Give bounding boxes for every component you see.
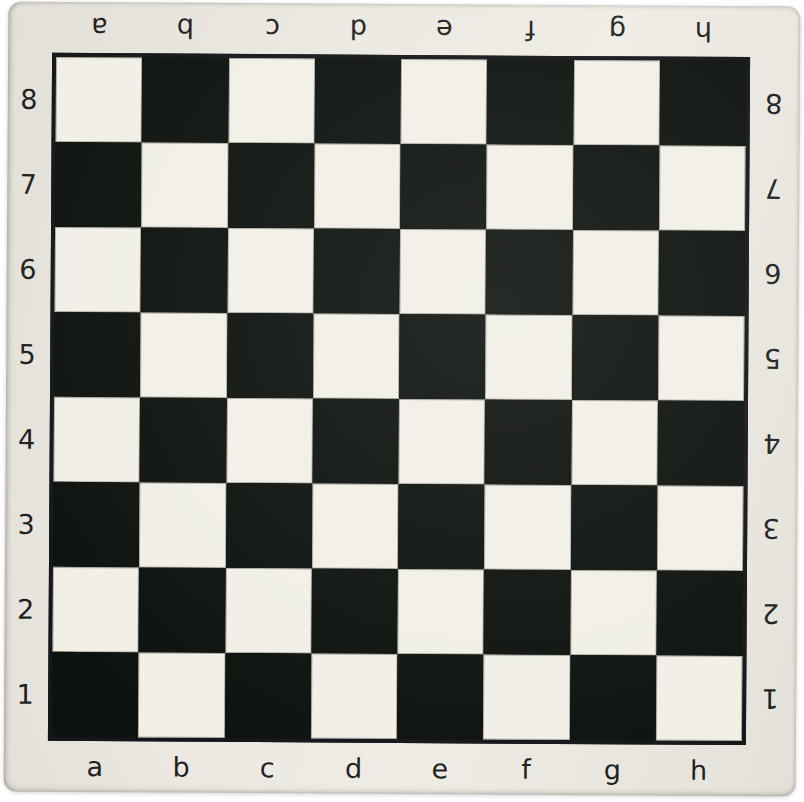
file-label-bottom-h: h — [655, 745, 742, 797]
square-c1[interactable] — [224, 653, 311, 739]
rank-label-left-2: 2 — [4, 567, 49, 652]
square-h5[interactable] — [658, 316, 745, 402]
square-g3[interactable] — [570, 485, 657, 571]
file-label-bottom-e: e — [397, 743, 484, 795]
photo-background: abcdefgh 87654321 87654321 abcdefgh — [0, 0, 804, 802]
square-f3[interactable] — [484, 485, 571, 571]
square-g2[interactable] — [570, 570, 657, 656]
file-label-top-g: g — [574, 5, 661, 57]
square-d7[interactable] — [314, 143, 401, 229]
rank-label-right-4: 4 — [747, 401, 798, 486]
square-e3[interactable] — [398, 484, 485, 570]
file-label-top-a: a — [56, 2, 143, 54]
square-g8[interactable] — [573, 60, 660, 146]
square-b6[interactable] — [141, 227, 228, 313]
square-b4[interactable] — [140, 397, 227, 483]
square-d4[interactable] — [312, 398, 399, 484]
square-h1[interactable] — [656, 656, 743, 742]
square-c8[interactable] — [228, 58, 315, 144]
square-f5[interactable] — [485, 315, 572, 401]
rank-label-right-8: 8 — [750, 61, 801, 146]
square-d3[interactable] — [312, 483, 399, 569]
square-f6[interactable] — [486, 230, 573, 316]
square-a1[interactable] — [52, 652, 139, 738]
file-label-top-e: e — [401, 4, 488, 56]
file-label-top-f: f — [487, 5, 574, 57]
file-label-top-b: b — [142, 2, 229, 54]
square-e7[interactable] — [400, 144, 487, 230]
rank-label-right-7: 7 — [749, 146, 800, 231]
file-label-bottom-c: c — [224, 742, 311, 794]
rank-label-left-7: 7 — [7, 142, 52, 227]
left-rank-labels: 87654321 — [4, 57, 52, 737]
square-b1[interactable] — [138, 652, 225, 738]
square-a3[interactable] — [53, 482, 140, 568]
square-e4[interactable] — [398, 399, 485, 485]
square-f2[interactable] — [484, 570, 571, 656]
square-c6[interactable] — [227, 228, 314, 314]
square-f4[interactable] — [485, 400, 572, 486]
file-label-top-c: c — [229, 3, 316, 55]
file-label-bottom-d: d — [310, 742, 397, 794]
square-a8[interactable] — [56, 57, 143, 143]
square-d5[interactable] — [313, 313, 400, 399]
square-f8[interactable] — [487, 60, 574, 146]
square-c7[interactable] — [228, 143, 315, 229]
rank-label-left-6: 6 — [7, 227, 52, 312]
square-e8[interactable] — [401, 59, 488, 145]
square-g5[interactable] — [571, 315, 658, 401]
square-h4[interactable] — [657, 401, 744, 487]
rank-label-right-2: 2 — [746, 571, 797, 656]
rank-label-right-1: 1 — [746, 656, 797, 741]
square-e6[interactable] — [400, 229, 487, 315]
file-label-bottom-b: b — [138, 741, 225, 793]
square-c3[interactable] — [225, 483, 312, 569]
file-label-bottom-a: a — [52, 741, 139, 793]
rank-label-left-4: 4 — [5, 397, 50, 482]
rank-label-right-3: 3 — [747, 486, 798, 571]
chessboard — [48, 53, 750, 745]
square-a4[interactable] — [53, 397, 140, 483]
square-d1[interactable] — [311, 653, 398, 739]
square-g7[interactable] — [573, 145, 660, 231]
square-a5[interactable] — [54, 312, 141, 398]
square-g4[interactable] — [571, 400, 658, 486]
square-h3[interactable] — [657, 486, 744, 572]
square-d2[interactable] — [311, 568, 398, 654]
square-c2[interactable] — [225, 568, 312, 654]
square-h8[interactable] — [659, 61, 746, 147]
square-d8[interactable] — [314, 58, 401, 144]
square-e2[interactable] — [397, 569, 484, 655]
square-f7[interactable] — [486, 145, 573, 231]
rank-label-right-6: 6 — [749, 231, 800, 316]
square-e5[interactable] — [399, 314, 486, 400]
square-b7[interactable] — [141, 142, 228, 228]
square-b8[interactable] — [142, 57, 229, 143]
bottom-file-labels: abcdefgh — [52, 741, 742, 796]
top-file-labels: abcdefgh — [56, 2, 746, 57]
square-c5[interactable] — [227, 313, 314, 399]
rank-label-left-8: 8 — [8, 57, 53, 142]
vinyl-mat: abcdefgh 87654321 87654321 abcdefgh — [4, 2, 801, 797]
square-b3[interactable] — [139, 482, 226, 568]
rank-label-left-3: 3 — [5, 482, 50, 567]
square-h6[interactable] — [658, 231, 745, 317]
square-a2[interactable] — [52, 567, 139, 653]
square-h7[interactable] — [659, 146, 746, 232]
rank-label-right-5: 5 — [748, 316, 799, 401]
square-d6[interactable] — [313, 228, 400, 314]
square-g6[interactable] — [572, 230, 659, 316]
square-b5[interactable] — [140, 312, 227, 398]
square-a6[interactable] — [55, 227, 142, 313]
square-e1[interactable] — [397, 654, 484, 740]
square-f1[interactable] — [483, 655, 570, 741]
square-a7[interactable] — [55, 142, 142, 228]
square-g1[interactable] — [569, 655, 656, 741]
square-h2[interactable] — [656, 571, 743, 657]
file-label-bottom-g: g — [569, 744, 656, 796]
right-rank-labels: 87654321 — [746, 61, 800, 741]
file-label-bottom-f: f — [483, 744, 570, 796]
square-c4[interactable] — [226, 398, 313, 484]
rank-label-left-5: 5 — [6, 312, 51, 397]
file-label-top-d: d — [315, 3, 402, 55]
rank-label-left-1: 1 — [4, 652, 49, 737]
square-b2[interactable] — [139, 567, 226, 653]
file-label-top-h: h — [660, 6, 747, 58]
